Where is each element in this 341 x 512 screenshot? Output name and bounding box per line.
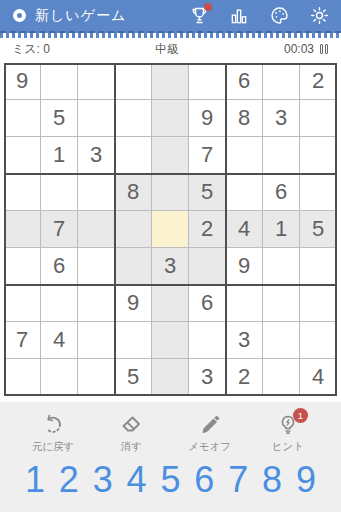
sudoku-cell-r4c3[interactable] <box>78 174 115 211</box>
sudoku-cell-r8c5[interactable] <box>152 322 189 359</box>
sudoku-cell-r7c6[interactable]: 6 <box>189 285 226 322</box>
numpad-2[interactable]: 2 <box>54 460 84 500</box>
sudoku-cell-r2c5[interactable] <box>152 100 189 137</box>
sudoku-cell-r9c2[interactable] <box>41 359 78 396</box>
sudoku-cell-r3c8[interactable] <box>263 137 300 174</box>
sudoku-cell-r2c7[interactable]: 8 <box>226 100 263 137</box>
sudoku-cell-r5c1[interactable] <box>4 211 41 248</box>
trophy-badge-dot <box>204 3 212 11</box>
sudoku-cell-r3c4[interactable] <box>115 137 152 174</box>
memo-button[interactable]: メモオフ <box>184 413 236 454</box>
sudoku-cell-r4c4[interactable]: 8 <box>115 174 152 211</box>
sudoku-cell-r4c8[interactable]: 6 <box>263 174 300 211</box>
bottom-panel: 元に戻す 消す メモオフ 1 ヒント 123456789 <box>0 402 341 512</box>
sudoku-cell-r3c7[interactable] <box>226 137 263 174</box>
sudoku-cell-r4c5[interactable] <box>152 174 189 211</box>
sudoku-cell-r6c3[interactable] <box>78 248 115 285</box>
sudoku-cell-r1c3[interactable] <box>78 63 115 100</box>
palette-icon[interactable] <box>267 4 291 28</box>
numpad-7[interactable]: 7 <box>223 460 253 500</box>
memo-label: メモオフ <box>188 440 231 454</box>
sudoku-cell-r5c6[interactable]: 2 <box>189 211 226 248</box>
numpad-3[interactable]: 3 <box>88 460 118 500</box>
status-bar: ミス: 0 中級 00:03 <box>0 38 341 60</box>
sudoku-cell-r6c6[interactable] <box>189 248 226 285</box>
sudoku-cell-r2c2[interactable]: 5 <box>41 100 78 137</box>
sudoku-cell-r3c6[interactable]: 7 <box>189 137 226 174</box>
sudoku-cell-r8c1[interactable]: 7 <box>4 322 41 359</box>
sudoku-cell-r2c4[interactable] <box>115 100 152 137</box>
sudoku-cell-r2c9[interactable] <box>300 100 337 137</box>
stats-icon[interactable] <box>227 4 251 28</box>
mistakes-label: ミス: 0 <box>12 41 50 58</box>
sudoku-cell-r8c9[interactable] <box>300 322 337 359</box>
sudoku-cell-r3c5[interactable] <box>152 137 189 174</box>
sudoku-cell-r2c6[interactable]: 9 <box>189 100 226 137</box>
hint-badge: 1 <box>293 408 308 423</box>
sudoku-cell-r1c9[interactable]: 2 <box>300 63 337 100</box>
sudoku-cell-r6c7[interactable]: 9 <box>226 248 263 285</box>
sudoku-cell-r3c3[interactable]: 3 <box>78 137 115 174</box>
sudoku-cell-r4c1[interactable] <box>4 174 41 211</box>
sudoku-cell-r9c4[interactable]: 5 <box>115 359 152 396</box>
sudoku-cell-r1c4[interactable] <box>115 63 152 100</box>
sudoku-cell-r2c3[interactable] <box>78 100 115 137</box>
sudoku-cell-r3c9[interactable] <box>300 137 337 174</box>
sudoku-cell-r8c7[interactable]: 3 <box>226 322 263 359</box>
sudoku-cell-r1c5[interactable] <box>152 63 189 100</box>
sudoku-cell-r7c9[interactable] <box>300 285 337 322</box>
numpad-5[interactable]: 5 <box>156 460 186 500</box>
numpad-4[interactable]: 4 <box>122 460 152 500</box>
sudoku-cell-r5c4[interactable] <box>115 211 152 248</box>
sudoku-cell-r7c3[interactable] <box>78 285 115 322</box>
settings-icon[interactable] <box>307 4 331 28</box>
sudoku-cell-r6c8[interactable] <box>263 248 300 285</box>
hint-button[interactable]: 1 ヒント <box>262 413 314 454</box>
sudoku-cell-r5c9[interactable]: 5 <box>300 211 337 248</box>
sudoku-cell-r4c9[interactable] <box>300 174 337 211</box>
sudoku-cell-r8c3[interactable] <box>78 322 115 359</box>
timer-label: 00:03 <box>284 42 314 56</box>
sudoku-cell-r3c2[interactable]: 1 <box>41 137 78 174</box>
numpad-6[interactable]: 6 <box>189 460 219 500</box>
sudoku-cell-r8c8[interactable] <box>263 322 300 359</box>
sudoku-cell-r9c3[interactable] <box>78 359 115 396</box>
sudoku-cell-r6c9[interactable] <box>300 248 337 285</box>
sudoku-cell-r7c8[interactable] <box>263 285 300 322</box>
numpad-1[interactable]: 1 <box>20 460 50 500</box>
sudoku-cell-r3c1[interactable] <box>4 137 41 174</box>
app-logo-icon <box>13 9 26 22</box>
sudoku-cell-r9c8[interactable] <box>263 359 300 396</box>
sudoku-cell-r7c2[interactable] <box>41 285 78 322</box>
sudoku-cell-r7c7[interactable] <box>226 285 263 322</box>
toolbar: 元に戻す 消す メモオフ 1 ヒント <box>0 406 341 454</box>
sudoku-cell-r4c7[interactable] <box>226 174 263 211</box>
sudoku-cell-r8c6[interactable] <box>189 322 226 359</box>
sudoku-cell-r9c1[interactable] <box>4 359 41 396</box>
sudoku-cell-r1c6[interactable] <box>189 63 226 100</box>
numpad: 123456789 <box>0 454 341 500</box>
numpad-9[interactable]: 9 <box>291 460 321 500</box>
sudoku-cell-r1c8[interactable] <box>263 63 300 100</box>
sudoku-cell-r9c6[interactable]: 3 <box>189 359 226 396</box>
pause-button[interactable] <box>319 43 329 55</box>
sudoku-cell-r5c2[interactable]: 7 <box>41 211 78 248</box>
sudoku-cell-r4c2[interactable] <box>41 174 78 211</box>
sudoku-cell-r4c6[interactable]: 5 <box>189 174 226 211</box>
new-game-button[interactable]: 新しいゲーム <box>35 7 126 25</box>
sudoku-cell-r9c7[interactable]: 2 <box>226 359 263 396</box>
sudoku-cell-r2c1[interactable] <box>4 100 41 137</box>
sudoku-cell-r6c1[interactable] <box>4 248 41 285</box>
sudoku-cell-r6c4[interactable] <box>115 248 152 285</box>
header-bar: 新しいゲーム <box>0 0 341 33</box>
sudoku-cell-r7c5[interactable] <box>152 285 189 322</box>
sudoku-cell-r7c4[interactable]: 9 <box>115 285 152 322</box>
undo-button[interactable]: 元に戻す <box>27 413 79 454</box>
numpad-8[interactable]: 8 <box>257 460 287 500</box>
difficulty-label: 中級 <box>50 41 284 58</box>
sudoku-cell-r2c8[interactable]: 3 <box>263 100 300 137</box>
sudoku-cell-r1c2[interactable] <box>41 63 78 100</box>
sudoku-cell-r5c3[interactable] <box>78 211 115 248</box>
sudoku-cell-r5c5[interactable] <box>152 211 189 248</box>
sudoku-cell-r9c5[interactable] <box>152 359 189 396</box>
sudoku-cell-r1c7[interactable]: 6 <box>226 63 263 100</box>
trophy-icon[interactable] <box>187 4 211 28</box>
erase-label: 消す <box>121 440 142 454</box>
sudoku-cell-r6c5[interactable]: 3 <box>152 248 189 285</box>
sudoku-cell-r6c2[interactable]: 6 <box>41 248 78 285</box>
undo-label: 元に戻す <box>32 440 75 454</box>
sudoku-board: 962598313785672415639967435324 <box>4 63 337 396</box>
sudoku-cell-r8c4[interactable] <box>115 322 152 359</box>
sudoku-cell-r9c9[interactable]: 4 <box>300 359 337 396</box>
sudoku-cell-r5c8[interactable]: 1 <box>263 211 300 248</box>
sudoku-cell-r7c1[interactable] <box>4 285 41 322</box>
erase-button[interactable]: 消す <box>105 413 157 454</box>
sudoku-cell-r1c1[interactable]: 9 <box>4 63 41 100</box>
hint-label: ヒント <box>272 440 304 454</box>
sudoku-cell-r8c2[interactable]: 4 <box>41 322 78 359</box>
sudoku-cell-r5c7[interactable]: 4 <box>226 211 263 248</box>
